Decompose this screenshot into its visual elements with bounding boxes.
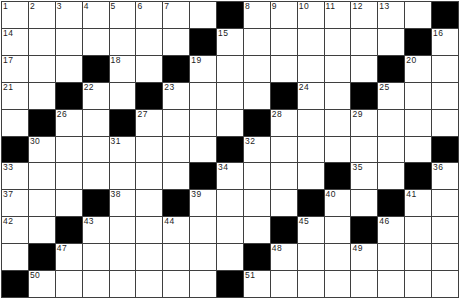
grid-cell[interactable] [244,56,271,83]
grid-cell[interactable] [110,163,137,190]
grid-cell[interactable] [432,83,459,110]
grid-cell[interactable] [432,271,459,298]
grid-cell[interactable] [163,137,190,164]
grid-cell[interactable] [378,271,405,298]
grid-cell[interactable]: 28 [271,110,298,137]
block-cell [136,83,163,110]
grid-cell[interactable]: 4 [83,2,110,29]
crossword-grid: 1234567891011121314151617181920212223242… [1,1,459,298]
grid-cell[interactable] [190,110,217,137]
clue-number: 22 [84,83,94,92]
clue-number: 29 [352,110,362,119]
block-cell [217,271,244,298]
grid-cell[interactable]: 29 [351,110,378,137]
clue-number: 2 [30,2,35,11]
grid-cell[interactable] [83,137,110,164]
block-cell [110,110,137,137]
grid-cell[interactable]: 27 [136,110,163,137]
grid-cell[interactable] [325,110,352,137]
grid-cell[interactable] [298,56,325,83]
clue-number: 25 [379,83,389,92]
clue-number: 18 [111,56,121,65]
block-cell [29,244,56,271]
clue-number: 19 [191,56,201,65]
grid-cell[interactable] [217,244,244,271]
clue-number: 3 [57,2,62,11]
grid-cell[interactable]: 46 [378,217,405,244]
grid-cell[interactable] [83,271,110,298]
grid-cell[interactable] [136,137,163,164]
grid-cell[interactable] [163,163,190,190]
grid-cell[interactable] [405,244,432,271]
clue-number: 10 [299,2,309,11]
block-cell [244,244,271,271]
clue-number: 49 [352,244,362,253]
grid-cell[interactable] [190,244,217,271]
clue-number: 45 [299,217,309,226]
clue-number: 16 [433,29,443,38]
grid-cell[interactable] [244,217,271,244]
grid-cell[interactable]: 14 [2,29,29,56]
grid-cell[interactable] [351,29,378,56]
clue-number: 50 [30,271,40,280]
grid-cell[interactable]: 13 [378,2,405,29]
grid-cell[interactable]: 43 [83,217,110,244]
grid-cell[interactable] [405,2,432,29]
grid-cell[interactable] [271,190,298,217]
grid-cell[interactable]: 17 [2,56,29,83]
grid-cell[interactable]: 42 [2,217,29,244]
grid-cell[interactable]: 32 [244,137,271,164]
clue-number: 37 [3,190,13,199]
grid-cell[interactable]: 11 [325,2,352,29]
grid-cell[interactable]: 20 [405,56,432,83]
grid-cell[interactable]: 2 [29,2,56,29]
grid-cell[interactable] [56,29,83,56]
grid-cell[interactable] [2,244,29,271]
clue-number: 23 [164,83,174,92]
grid-cell[interactable] [56,56,83,83]
grid-cell[interactable]: 7 [163,2,190,29]
grid-cell[interactable]: 3 [56,2,83,29]
block-cell [298,190,325,217]
grid-cell[interactable] [163,244,190,271]
grid-cell[interactable]: 51 [244,271,271,298]
grid-cell[interactable] [110,271,137,298]
clue-number: 33 [3,163,13,172]
grid-cell[interactable] [351,56,378,83]
grid-cell[interactable] [405,110,432,137]
block-cell [2,137,29,164]
block-cell [244,110,271,137]
grid-cell[interactable] [136,163,163,190]
grid-cell[interactable]: 35 [351,163,378,190]
grid-cell[interactable] [190,217,217,244]
block-cell [351,217,378,244]
grid-cell[interactable] [325,83,352,110]
clue-number: 34 [218,163,228,172]
grid-cell[interactable] [271,56,298,83]
grid-cell[interactable] [432,110,459,137]
grid-cell[interactable]: 15 [217,29,244,56]
clue-number: 6 [137,2,142,11]
grid-cell[interactable]: 23 [163,83,190,110]
grid-cell[interactable]: 10 [298,2,325,29]
grid-cell[interactable]: 6 [136,2,163,29]
grid-cell[interactable] [29,29,56,56]
grid-cell[interactable]: 47 [56,244,83,271]
grid-cell[interactable] [217,56,244,83]
clue-number: 28 [272,110,282,119]
clue-number: 47 [57,244,67,253]
grid-cell[interactable] [271,137,298,164]
block-cell [2,271,29,298]
grid-cell[interactable] [136,29,163,56]
grid-cell[interactable] [217,83,244,110]
grid-cell[interactable] [271,29,298,56]
block-cell [217,137,244,164]
grid-cell[interactable] [110,244,137,271]
block-cell [29,110,56,137]
block-cell [378,56,405,83]
grid-cell[interactable] [136,244,163,271]
grid-cell[interactable]: 44 [163,217,190,244]
grid-cell[interactable] [432,56,459,83]
clue-number: 51 [245,271,255,280]
clue-number: 27 [137,110,147,119]
grid-cell[interactable]: 41 [405,190,432,217]
block-cell [190,29,217,56]
grid-cell[interactable] [405,271,432,298]
clue-number: 36 [433,163,443,172]
grid-cell[interactable] [190,271,217,298]
grid-cell[interactable] [351,137,378,164]
block-cell [405,163,432,190]
grid-cell[interactable] [163,29,190,56]
clue-number: 38 [111,190,121,199]
grid-cell[interactable] [378,29,405,56]
clue-number: 15 [218,29,228,38]
block-cell [432,2,459,29]
grid-cell[interactable] [136,190,163,217]
grid-cell[interactable] [190,137,217,164]
grid-cell[interactable] [190,2,217,29]
block-cell [163,190,190,217]
clue-number: 12 [352,2,362,11]
clue-number: 41 [406,190,416,199]
grid-cell[interactable] [298,29,325,56]
grid-cell[interactable]: 34 [217,163,244,190]
grid-cell[interactable] [110,217,137,244]
grid-cell[interactable] [29,56,56,83]
grid-cell[interactable]: 50 [29,271,56,298]
block-cell [56,83,83,110]
grid-cell[interactable]: 1 [2,2,29,29]
grid-cell[interactable] [378,244,405,271]
clue-number: 46 [379,217,389,226]
grid-cell[interactable] [405,137,432,164]
grid-cell[interactable] [83,244,110,271]
grid-cell[interactable] [29,83,56,110]
grid-cell[interactable] [325,244,352,271]
grid-cell[interactable]: 30 [29,137,56,164]
grid-cell[interactable]: 8 [244,2,271,29]
grid-cell[interactable] [378,110,405,137]
grid-cell[interactable] [244,190,271,217]
clue-number: 35 [352,163,362,172]
clue-number: 24 [299,83,309,92]
grid-cell[interactable]: 5 [110,2,137,29]
clue-number: 8 [245,2,250,11]
grid-cell[interactable]: 31 [110,137,137,164]
grid-cell[interactable] [136,217,163,244]
block-cell [217,2,244,29]
grid-cell[interactable] [298,110,325,137]
clue-number: 4 [84,2,89,11]
grid-cell[interactable]: 36 [432,163,459,190]
clue-number: 1 [3,2,8,11]
grid-cell[interactable] [244,163,271,190]
block-cell [405,29,432,56]
grid-cell[interactable]: 24 [298,83,325,110]
grid-cell[interactable] [325,56,352,83]
grid-cell[interactable]: 18 [110,56,137,83]
block-cell [163,56,190,83]
grid-cell[interactable] [110,83,137,110]
grid-cell[interactable] [244,83,271,110]
clue-number: 26 [57,110,67,119]
grid-cell[interactable] [351,271,378,298]
grid-cell[interactable] [83,110,110,137]
grid-cell[interactable] [432,244,459,271]
clue-number: 21 [3,83,13,92]
grid-cell[interactable] [405,217,432,244]
block-cell [83,56,110,83]
grid-cell[interactable] [56,271,83,298]
grid-cell[interactable]: 37 [2,190,29,217]
grid-cell[interactable] [83,163,110,190]
grid-cell[interactable] [217,217,244,244]
grid-cell[interactable] [271,271,298,298]
grid-cell[interactable] [29,190,56,217]
grid-cell[interactable]: 38 [110,190,137,217]
block-cell [83,190,110,217]
clue-number: 30 [30,137,40,146]
grid-cell[interactable]: 21 [2,83,29,110]
grid-cell[interactable] [136,271,163,298]
clue-number: 44 [164,217,174,226]
block-cell [271,217,298,244]
grid-cell[interactable] [298,244,325,271]
grid-cell[interactable]: 9 [271,2,298,29]
clue-number: 39 [191,190,201,199]
grid-cell[interactable]: 19 [190,56,217,83]
grid-cell[interactable] [351,190,378,217]
clue-number: 17 [3,56,13,65]
grid-cell[interactable] [325,271,352,298]
grid-cell[interactable]: 40 [325,190,352,217]
grid-cell[interactable]: 33 [2,163,29,190]
grid-cell[interactable]: 22 [83,83,110,110]
block-cell [56,217,83,244]
crossword-screenshot: 1234567891011121314151617181920212223242… [0,0,460,300]
grid-cell[interactable] [298,271,325,298]
grid-cell[interactable] [163,110,190,137]
clue-number: 42 [3,217,13,226]
clue-number: 48 [272,244,282,253]
grid-cell[interactable] [163,271,190,298]
grid-cell[interactable] [56,190,83,217]
grid-cell[interactable] [325,137,352,164]
grid-cell[interactable] [244,29,271,56]
grid-cell[interactable] [217,110,244,137]
grid-cell[interactable] [29,163,56,190]
grid-cell[interactable] [298,163,325,190]
grid-cell[interactable] [2,110,29,137]
grid-cell[interactable] [110,29,137,56]
clue-number: 31 [111,137,121,146]
clue-number: 11 [326,2,336,11]
clue-number: 32 [245,137,255,146]
grid-cell[interactable] [56,137,83,164]
grid-cell[interactable] [136,56,163,83]
block-cell [271,83,298,110]
grid-cell[interactable] [271,163,298,190]
block-cell [432,137,459,164]
grid-cell[interactable]: 12 [351,2,378,29]
block-cell [351,83,378,110]
grid-cell[interactable]: 45 [298,217,325,244]
clue-number: 20 [406,56,416,65]
grid-cell[interactable] [432,190,459,217]
grid-cell[interactable] [378,163,405,190]
block-cell [325,163,352,190]
grid-cell[interactable]: 25 [378,83,405,110]
clue-number: 7 [164,2,169,11]
grid-cell[interactable] [29,217,56,244]
grid-cell[interactable]: 26 [56,110,83,137]
block-cell [190,163,217,190]
grid-cell[interactable] [56,163,83,190]
clue-number: 13 [379,2,389,11]
clue-number: 14 [3,29,13,38]
clue-number: 5 [111,2,116,11]
grid-cell[interactable]: 48 [271,244,298,271]
block-cell [378,190,405,217]
grid-cell[interactable] [325,217,352,244]
grid-cell[interactable]: 16 [432,29,459,56]
grid-cell[interactable] [83,29,110,56]
grid-cell[interactable] [378,137,405,164]
clue-number: 40 [326,190,336,199]
grid-cell[interactable]: 39 [190,190,217,217]
grid-cell[interactable] [432,217,459,244]
grid-cell[interactable] [405,83,432,110]
clue-number: 9 [272,2,277,11]
grid-cell[interactable] [298,137,325,164]
clue-number: 43 [84,217,94,226]
grid-cell[interactable] [190,83,217,110]
grid-cell[interactable] [217,190,244,217]
grid-cell[interactable] [325,29,352,56]
grid-cell[interactable]: 49 [351,244,378,271]
